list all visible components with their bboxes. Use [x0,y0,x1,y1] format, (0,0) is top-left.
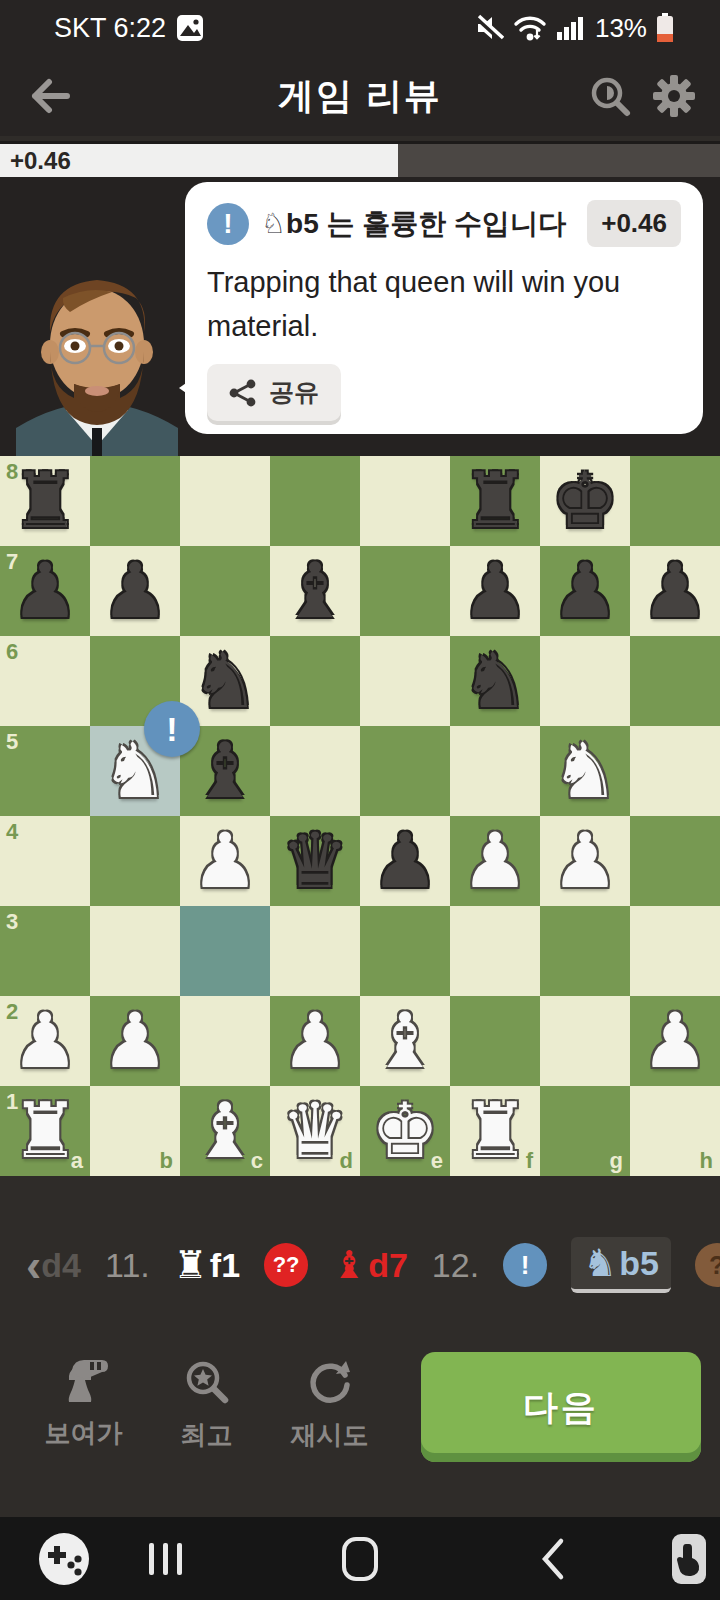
hand-pawn-icon [60,1358,108,1404]
speech-bubble-tail [161,370,205,406]
coach-avatar [8,260,186,456]
square-h8[interactable] [630,456,720,546]
battery-icon [656,13,674,43]
piece-black-bishop[interactable]: ♝ [270,546,360,636]
square-c7[interactable] [180,546,270,636]
move-piece-glyph: ♜ [174,1243,208,1287]
piece-white-pawn[interactable]: ♟ [90,996,180,1086]
settings-button[interactable] [642,64,706,128]
square-d8[interactable] [270,456,360,546]
keyboard-switch-button[interactable] [664,1531,714,1587]
piece-white-pawn[interactable]: ♟ [540,816,630,906]
rank-label-4: 4 [6,819,18,845]
wifi-icon [513,14,547,42]
battery-percent: 13% [595,13,647,44]
square-b7[interactable]: ♟ [90,546,180,636]
square-a7[interactable]: 7♟ [0,546,90,636]
square-a5[interactable]: 5 [0,726,90,816]
square-f7[interactable]: ♟ [450,546,540,636]
square-e3[interactable] [360,906,450,996]
square-b1[interactable]: b [90,1086,180,1176]
mute-icon [474,14,504,42]
previous-move-button[interactable]: ‹ [26,1242,41,1288]
great-move-icon: ! [207,203,249,245]
square-e1[interactable]: e♚ [360,1086,450,1176]
coach-speech-bubble: ! ♘b5 는 훌륭한 수입니다 +0.46 Trapping that que… [185,182,703,434]
square-h2[interactable]: ♟ [630,996,720,1086]
app-bar: 게임 리뷰 [0,56,720,136]
status-bar: SKT 6:22 13% [0,0,720,56]
chess-board: 8♜♜♚7♟♟♝♟♟♟6♞♞5♞♝♞4♟♛♟♟♟32♟♟♟♝♟1a♜bc♝d♛e… [0,456,720,1176]
carrier-time: SKT 6:22 [54,13,166,44]
move-number: 11. [105,1246,150,1285]
square-f4[interactable]: ♟ [450,816,540,906]
square-f1[interactable]: f♜ [450,1086,540,1176]
square-h6[interactable] [630,636,720,726]
square-e7[interactable] [360,546,450,636]
square-e5[interactable] [360,726,450,816]
piece-white-pawn[interactable]: ♟ [450,816,540,906]
square-d7[interactable]: ♝ [270,546,360,636]
piece-white-pawn[interactable]: ♟ [270,996,360,1086]
piece-black-rook[interactable]: ♜ [450,456,540,546]
square-d5[interactable] [270,726,360,816]
piece-white-queen[interactable]: ♛ [270,1086,360,1176]
show-moves-button[interactable]: 보여가 [22,1340,145,1451]
eval-badge: +0.46 [587,200,681,247]
evaluation-value: +0.46 [10,144,71,177]
piece-white-bishop[interactable]: ♝ [360,996,450,1086]
piece-black-pawn[interactable]: ♟ [360,816,450,906]
piece-white-knight[interactable]: ♞ [540,726,630,816]
square-a6[interactable]: 6 [0,636,90,726]
square-g6[interactable] [540,636,630,726]
great-move-badge: ! [144,701,200,757]
square-h5[interactable] [630,726,720,816]
share-icon [229,379,257,407]
headline-move: ♘b5 [261,208,319,239]
square-e8[interactable] [360,456,450,546]
move-bar: ‹ d411.♜f1??♝d712.!♞b5? › [0,1222,720,1308]
square-b4[interactable] [90,816,180,906]
move-piece-glyph: ♝ [332,1243,366,1287]
game-launcher-button[interactable] [36,1531,92,1587]
square-d6[interactable] [270,636,360,726]
move-b5-selected[interactable]: ♞b5 [571,1237,671,1293]
move-classification-badge-mistake: ? [695,1243,720,1287]
screen: SKT 6:22 13% 게임 리뷰 +0.46 [0,0,720,1600]
next-button[interactable]: 다음 [421,1352,701,1462]
rank-label-5: 5 [6,729,18,755]
android-back-button[interactable] [522,1529,582,1589]
move-f1[interactable]: ♜f1 [174,1243,240,1287]
best-move-button[interactable]: 최고 [145,1340,268,1453]
square-e6[interactable] [360,636,450,726]
back-arrow-icon [29,78,71,114]
piece-white-pawn[interactable]: ♟ [180,816,270,906]
piece-black-pawn[interactable]: ♟ [540,546,630,636]
square-d2[interactable]: ♟ [270,996,360,1086]
piece-black-pawn[interactable]: ♟ [450,546,540,636]
retry-icon [306,1358,354,1406]
square-b2[interactable]: ♟ [90,996,180,1086]
square-g5[interactable]: ♞ [540,726,630,816]
piece-black-queen[interactable]: ♛ [270,816,360,906]
home-button[interactable] [330,1529,390,1589]
signal-icon [556,15,586,41]
game-launcher-icon [37,1532,91,1586]
square-a3[interactable]: 3 [0,906,90,996]
square-g4[interactable]: ♟ [540,816,630,906]
piece-black-knight[interactable]: ♞ [450,636,540,726]
square-h3[interactable] [630,906,720,996]
square-b8[interactable] [90,456,180,546]
square-c4[interactable]: ♟ [180,816,270,906]
square-c1[interactable]: c♝ [180,1086,270,1176]
evaluation-bar: +0.46 [0,141,720,177]
piece-white-pawn[interactable]: ♟ [630,996,720,1086]
square-f8[interactable]: ♜ [450,456,540,546]
square-h4[interactable] [630,816,720,906]
coach-comment: Trapping that queen will win you materia… [207,261,681,348]
move-piece-glyph: ♞ [583,1241,617,1285]
piece-white-rook[interactable]: ♜ [450,1086,540,1176]
best-move-label: 최고 [181,1418,233,1453]
square-a2[interactable]: 2♟ [0,996,90,1086]
back-button[interactable] [18,64,82,128]
piece-white-king[interactable]: ♚ [360,1086,450,1176]
move-d4[interactable]: d4 [41,1246,81,1285]
square-f5[interactable] [450,726,540,816]
move-classification-badge-blunder: ?? [264,1243,308,1287]
analysis-magnifier-icon [588,74,632,118]
keyboard-switch-icon [669,1532,709,1586]
action-bar: 보여가 최고 재시도 다음 [0,1340,720,1490]
piece-white-rook[interactable]: ♜ [0,1086,90,1176]
square-h7[interactable]: ♟ [630,546,720,636]
square-d1[interactable]: d♛ [270,1086,360,1176]
square-a1[interactable]: 1a♜ [0,1086,90,1176]
android-back-icon [537,1537,567,1581]
square-e2[interactable]: ♝ [360,996,450,1086]
magnifier-star-icon [183,1358,231,1406]
square-b3[interactable] [90,906,180,996]
coach-section: ! ♘b5 는 훌륭한 수입니다 +0.46 Trapping that que… [0,177,720,456]
square-c3[interactable] [180,906,270,996]
square-g8[interactable]: ♚ [540,456,630,546]
file-label-g: g [610,1148,623,1174]
move-classification-badge-great: ! [503,1243,547,1287]
show-moves-label: 보여가 [45,1416,123,1451]
android-nav-bar [0,1517,720,1600]
square-g1[interactable]: g [540,1086,630,1176]
analysis-button[interactable] [578,64,642,128]
piece-white-pawn[interactable]: ♟ [0,996,90,1086]
piece-black-pawn[interactable]: ♟ [0,546,90,636]
image-icon [176,14,204,42]
piece-black-king[interactable]: ♚ [540,456,630,546]
share-label: 공유 [269,376,319,409]
square-a8[interactable]: 8♜ [0,456,90,546]
square-a4[interactable]: 4 [0,816,90,906]
retry-label: 재시도 [291,1418,369,1453]
piece-black-rook[interactable]: ♜ [0,456,90,546]
square-g7[interactable]: ♟ [540,546,630,636]
home-icon [342,1537,378,1581]
gear-icon [651,73,697,119]
square-h1[interactable]: h [630,1086,720,1176]
square-g2[interactable] [540,996,630,1086]
square-g3[interactable] [540,906,630,996]
square-c2[interactable] [180,996,270,1086]
piece-black-pawn[interactable]: ♟ [90,546,180,636]
rank-label-6: 6 [6,639,18,665]
retry-button[interactable]: 재시도 [268,1340,391,1453]
square-f2[interactable] [450,996,540,1086]
square-c8[interactable] [180,456,270,546]
rank-label-3: 3 [6,909,18,935]
file-label-h: h [700,1148,713,1174]
move-number: 12. [432,1246,479,1285]
move-d7[interactable]: ♝d7 [332,1243,408,1287]
piece-white-bishop[interactable]: ♝ [180,1086,270,1176]
file-label-b: b [160,1148,173,1174]
recents-button[interactable] [135,1529,195,1589]
headline-text: 는 훌륭한 수입니다 [327,208,567,239]
square-f6[interactable]: ♞ [450,636,540,726]
next-button-label: 다음 [523,1384,599,1431]
square-e4[interactable]: ♟ [360,816,450,906]
square-f3[interactable] [450,906,540,996]
piece-black-pawn[interactable]: ♟ [630,546,720,636]
share-button[interactable]: 공유 [207,364,341,421]
square-d3[interactable] [270,906,360,996]
square-d4[interactable]: ♛ [270,816,360,906]
